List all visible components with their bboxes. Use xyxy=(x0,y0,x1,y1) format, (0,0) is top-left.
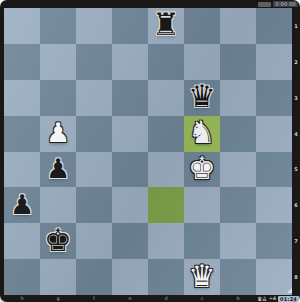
rank-label-8: 8 xyxy=(292,259,300,295)
piece-black-pawn[interactable]: ♟ xyxy=(10,191,34,218)
top-hud: 0:00:00 xyxy=(258,1,298,7)
rank-label-3: 3 xyxy=(292,80,300,116)
rank-labels: 12345678 xyxy=(292,8,300,295)
square-b6[interactable] xyxy=(220,187,256,223)
square-d5[interactable] xyxy=(148,152,184,188)
piece-white-king[interactable]: ♚ xyxy=(188,153,216,184)
rank-label-7: 7 xyxy=(292,223,300,259)
square-f4[interactable] xyxy=(76,116,112,152)
square-c7[interactable] xyxy=(184,223,220,259)
board-frame: 0:00:00 ♜♛♟♞♟♚♟♚♛ 12345678 hgfedcba ♛♙ +… xyxy=(0,0,300,302)
rank-label-2: 2 xyxy=(292,44,300,80)
top-bar: 0:00:00 xyxy=(0,0,300,8)
square-b8[interactable] xyxy=(220,259,256,295)
board-row: ♜♛♟♞♟♚♟♚♛ 12345678 xyxy=(0,8,300,295)
square-a2[interactable] xyxy=(256,44,292,80)
square-e4[interactable] xyxy=(112,116,148,152)
square-g8[interactable] xyxy=(40,259,76,295)
square-f7[interactable] xyxy=(76,223,112,259)
square-d2[interactable] xyxy=(148,44,184,80)
square-g3[interactable] xyxy=(40,80,76,116)
file-label-e: e xyxy=(112,295,148,302)
rank-label-5: 5 xyxy=(292,152,300,188)
square-f1[interactable] xyxy=(76,8,112,44)
file-label-c: c xyxy=(184,295,220,302)
piece-white-knight[interactable]: ♞ xyxy=(188,117,216,148)
square-d4[interactable] xyxy=(148,116,184,152)
square-h5[interactable] xyxy=(4,152,40,188)
chess-app-window: 0:00:00 ♜♛♟♞♟♚♟♚♛ 12345678 hgfedcba ♛♙ +… xyxy=(0,0,300,302)
square-b1[interactable] xyxy=(220,8,256,44)
square-e5[interactable] xyxy=(112,152,148,188)
square-d8[interactable] xyxy=(148,259,184,295)
square-g1[interactable] xyxy=(40,8,76,44)
square-c8[interactable]: ♛ xyxy=(184,259,220,295)
captured-pieces-icons: ♛♙ xyxy=(257,295,267,302)
file-label-b: b xyxy=(220,295,256,302)
square-a3[interactable] xyxy=(256,80,292,116)
square-h6[interactable]: ♟ xyxy=(4,187,40,223)
square-g4[interactable]: ♟ xyxy=(40,116,76,152)
square-b4[interactable] xyxy=(220,116,256,152)
square-f2[interactable] xyxy=(76,44,112,80)
square-f8[interactable] xyxy=(76,259,112,295)
black-clock-badge: 01:24 xyxy=(278,296,299,302)
square-c3[interactable]: ♛ xyxy=(184,80,220,116)
square-h4[interactable] xyxy=(4,116,40,152)
square-b3[interactable] xyxy=(220,80,256,116)
square-g2[interactable] xyxy=(40,44,76,80)
white-clock-badge: 0:00:00 xyxy=(273,1,298,7)
file-label-g: g xyxy=(40,295,76,302)
file-label-d: d xyxy=(148,295,184,302)
piece-black-rook[interactable]: ♜ xyxy=(152,9,180,40)
square-e6[interactable] xyxy=(112,187,148,223)
square-h2[interactable] xyxy=(4,44,40,80)
square-e1[interactable] xyxy=(112,8,148,44)
piece-black-pawn[interactable]: ♟ xyxy=(46,155,70,182)
square-c1[interactable] xyxy=(184,8,220,44)
piece-black-queen[interactable]: ♛ xyxy=(188,81,216,112)
square-h1[interactable] xyxy=(4,8,40,44)
square-h3[interactable] xyxy=(4,80,40,116)
square-b5[interactable] xyxy=(220,152,256,188)
square-d7[interactable] xyxy=(148,223,184,259)
chess-board: ♜♛♟♞♟♚♟♚♛ xyxy=(4,8,292,295)
file-label-h: h xyxy=(4,295,40,302)
square-f3[interactable] xyxy=(76,80,112,116)
rank-label-1: 1 xyxy=(292,8,300,44)
rank-label-6: 6 xyxy=(292,187,300,223)
square-d3[interactable] xyxy=(148,80,184,116)
square-a1[interactable] xyxy=(256,8,292,44)
bottom-bar: hgfedcba ♛♙ +4 01:24 xyxy=(0,295,300,302)
square-c4[interactable]: ♞ xyxy=(184,116,220,152)
piece-black-king[interactable]: ♚ xyxy=(44,225,72,256)
square-e3[interactable] xyxy=(112,80,148,116)
square-a5[interactable] xyxy=(256,152,292,188)
square-e7[interactable] xyxy=(112,223,148,259)
square-c5[interactable]: ♚ xyxy=(184,152,220,188)
square-e8[interactable] xyxy=(112,259,148,295)
resize-handle-icon[interactable] xyxy=(287,288,292,293)
square-a4[interactable] xyxy=(256,116,292,152)
file-labels: hgfedcba xyxy=(4,295,292,302)
square-d1[interactable]: ♜ xyxy=(148,8,184,44)
square-c6[interactable] xyxy=(184,187,220,223)
square-f6[interactable] xyxy=(76,187,112,223)
square-c2[interactable] xyxy=(184,44,220,80)
square-h7[interactable] xyxy=(4,223,40,259)
piece-white-pawn[interactable]: ♟ xyxy=(46,119,70,146)
square-g5[interactable]: ♟ xyxy=(40,152,76,188)
square-a7[interactable] xyxy=(256,223,292,259)
square-f5[interactable] xyxy=(76,152,112,188)
material-advantage: +4 xyxy=(269,295,276,302)
square-b7[interactable] xyxy=(220,223,256,259)
square-a6[interactable] xyxy=(256,187,292,223)
file-label-f: f xyxy=(76,295,112,302)
bottom-hud: ♛♙ +4 01:24 xyxy=(257,295,299,302)
piece-white-queen[interactable]: ♛ xyxy=(188,261,216,292)
square-h8[interactable] xyxy=(4,259,40,295)
square-g6[interactable] xyxy=(40,187,76,223)
square-g7[interactable]: ♚ xyxy=(40,223,76,259)
hud-icon[interactable] xyxy=(258,2,271,7)
square-d6[interactable] xyxy=(148,187,184,223)
square-e2[interactable] xyxy=(112,44,148,80)
square-b2[interactable] xyxy=(220,44,256,80)
rank-label-4: 4 xyxy=(292,116,300,152)
